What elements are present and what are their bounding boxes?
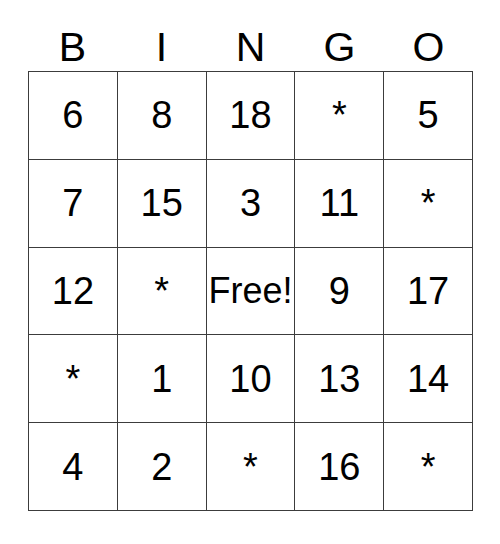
- cell-o3[interactable]: 17: [384, 248, 472, 335]
- bingo-header: B I N G O: [28, 20, 473, 70]
- bingo-card: B I N G O 6 8 18 * 5 7 15 3 11 * 12 * Fr…: [0, 0, 500, 544]
- cell-b3[interactable]: 12: [29, 248, 117, 335]
- cell-i1[interactable]: 8: [118, 72, 206, 159]
- bingo-board: 6 8 18 * 5 7 15 3 11 * 12 * Free! 9 17 *…: [28, 71, 473, 511]
- cell-n1[interactable]: 18: [207, 72, 295, 159]
- cell-g4[interactable]: 13: [295, 335, 383, 422]
- cell-b1[interactable]: 6: [29, 72, 117, 159]
- cell-o2[interactable]: *: [384, 160, 472, 247]
- cell-n2[interactable]: 3: [207, 160, 295, 247]
- cell-b4[interactable]: *: [29, 335, 117, 422]
- cell-g5[interactable]: 16: [295, 423, 383, 510]
- cell-n4[interactable]: 10: [207, 335, 295, 422]
- cell-i3[interactable]: *: [118, 248, 206, 335]
- header-letter-o: O: [384, 20, 473, 70]
- cell-o4[interactable]: 14: [384, 335, 472, 422]
- cell-o5[interactable]: *: [384, 423, 472, 510]
- cell-b5[interactable]: 4: [29, 423, 117, 510]
- cell-i4[interactable]: 1: [118, 335, 206, 422]
- header-letter-b: B: [28, 20, 117, 70]
- cell-g3[interactable]: 9: [295, 248, 383, 335]
- header-letter-n: N: [206, 20, 295, 70]
- cell-g2[interactable]: 11: [295, 160, 383, 247]
- cell-i5[interactable]: 2: [118, 423, 206, 510]
- cell-i2[interactable]: 15: [118, 160, 206, 247]
- header-letter-i: I: [117, 20, 206, 70]
- cell-n5[interactable]: *: [207, 423, 295, 510]
- cell-g1[interactable]: *: [295, 72, 383, 159]
- header-letter-g: G: [295, 20, 384, 70]
- cell-o1[interactable]: 5: [384, 72, 472, 159]
- cell-b2[interactable]: 7: [29, 160, 117, 247]
- free-space-cell[interactable]: Free!: [207, 248, 295, 335]
